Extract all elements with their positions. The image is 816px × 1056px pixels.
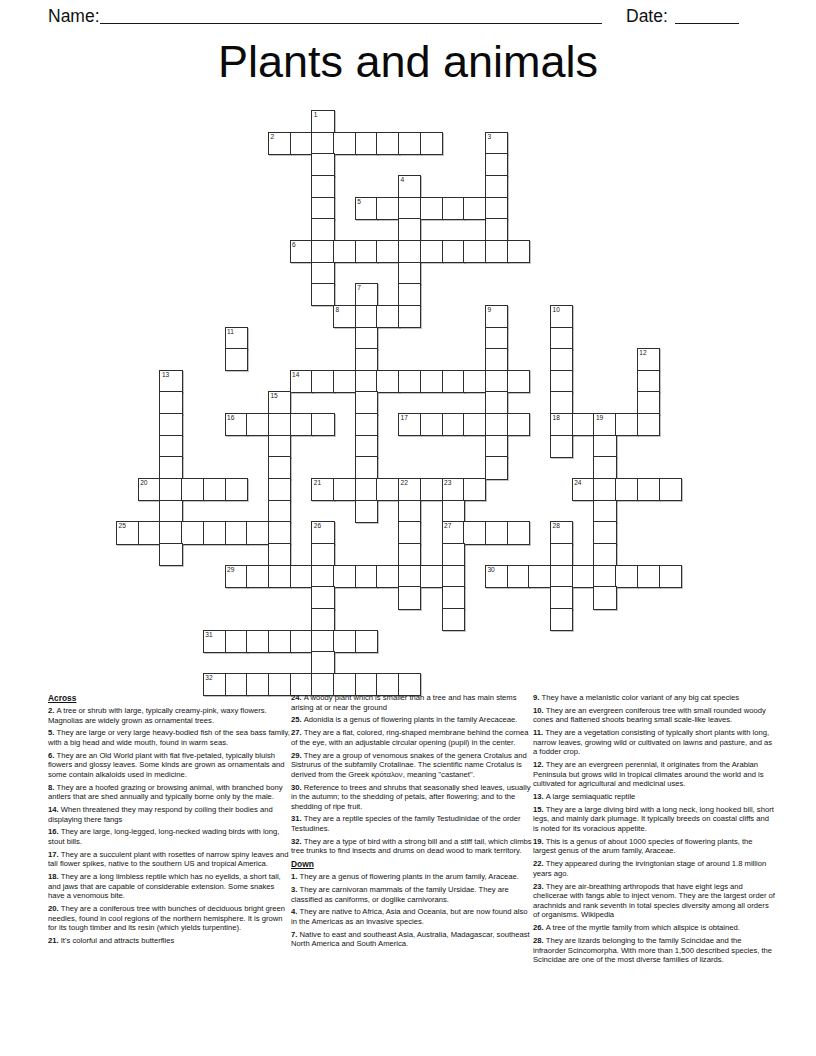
down-clue-9: 9. They have a melanistic color variant … — [533, 693, 775, 703]
clue-number-label: 12 — [639, 349, 646, 356]
grid-cell-r14c2[interactable] — [159, 413, 182, 436]
grid-cell-r14c17[interactable] — [485, 413, 508, 436]
grid-cell-r12c15[interactable] — [442, 370, 465, 393]
grid-cell-r19c4[interactable] — [203, 521, 226, 544]
down-clue-7: 7. Native to east and southeast Asia, Au… — [291, 930, 533, 949]
grid-cell-r14c21[interactable] — [572, 413, 595, 436]
grid-cell-r21c14[interactable] — [420, 565, 443, 588]
grid-cell-r19c7[interactable] — [268, 521, 291, 544]
across-clue-21: 21. It's colorful and attracts butterfli… — [48, 936, 290, 946]
clue-number-label: 1 — [314, 111, 318, 118]
grid-cell-r24c5[interactable] — [225, 630, 248, 653]
down-header: Down — [291, 859, 533, 869]
grid-cell-r12c11[interactable] — [355, 370, 378, 393]
grid-cell-r19c13[interactable] — [398, 521, 421, 544]
grid-cell-r3c13[interactable]: 4 — [398, 175, 421, 198]
grid-cell-r21c13[interactable] — [398, 565, 421, 588]
grid-cell-r13c24[interactable] — [637, 391, 660, 414]
grid-cell-r2c17[interactable] — [485, 153, 508, 176]
grid-cell-r12c18[interactable] — [507, 370, 530, 393]
grid-cell-r10c5[interactable]: 11 — [225, 327, 248, 350]
grid-cell-r23c15[interactable] — [442, 608, 465, 631]
crossword-grid: 1234567891011121314151617181920212223242… — [116, 110, 681, 696]
grid-cell-r19c1[interactable] — [138, 521, 161, 544]
clue-number: 7. — [291, 930, 300, 939]
grid-cell-r17c9[interactable]: 21 — [311, 478, 334, 501]
grid-cell-r2c9[interactable] — [311, 153, 334, 176]
grid-cell-r8c9[interactable] — [311, 283, 334, 306]
down-clue-19: 19. This is a genus of about 1000 specie… — [533, 837, 775, 856]
grid-cell-r15c17[interactable] — [485, 435, 508, 458]
grid-cell-r19c0[interactable]: 25 — [116, 521, 139, 544]
date-blank-line[interactable] — [675, 23, 739, 24]
grid-cell-r17c23[interactable] — [615, 478, 638, 501]
grid-cell-r8c11[interactable]: 7 — [355, 283, 378, 306]
grid-cell-r17c13[interactable]: 22 — [398, 478, 421, 501]
clue-number-label: 16 — [227, 414, 234, 421]
grid-cell-r21c18[interactable] — [507, 565, 530, 588]
grid-cell-r6c13[interactable] — [398, 240, 421, 263]
clue-number-label: 21 — [314, 479, 321, 486]
across-clue-2: 2. A tree or shrub with large, typically… — [48, 706, 290, 725]
grid-cell-r18c15[interactable] — [442, 500, 465, 523]
across-clue-27: 27. They are a flat, colored, ring-shape… — [291, 728, 533, 747]
grid-cell-r15c11[interactable] — [355, 435, 378, 458]
grid-cell-r13c7[interactable]: 15 — [268, 391, 291, 414]
grid-cell-r6c9[interactable] — [311, 240, 334, 263]
clue-number-label: 29 — [227, 566, 234, 573]
grid-cell-r8c13[interactable] — [398, 283, 421, 306]
grid-cell-r6c11[interactable] — [355, 240, 378, 263]
grid-cell-r21c11[interactable] — [355, 565, 378, 588]
clue-number: 22. — [533, 859, 546, 868]
grid-cell-r20c9[interactable] — [311, 543, 334, 566]
grid-cell-r6c17[interactable] — [485, 240, 508, 263]
grid-cell-r9c17[interactable]: 9 — [485, 305, 508, 328]
grid-cell-r24c4[interactable]: 31 — [203, 630, 226, 653]
grid-cell-r11c5[interactable] — [225, 348, 248, 371]
grid-cell-r19c15[interactable]: 27 — [442, 521, 465, 544]
down-clue-13: 13. A large semiaquatic reptile — [533, 792, 775, 802]
across-clue-18: 18. They are a long limbless reptile whi… — [48, 872, 290, 901]
grid-cell-r17c15[interactable]: 23 — [442, 478, 465, 501]
grid-cell-r14c9[interactable] — [311, 413, 334, 436]
clue-number-label: 23 — [444, 479, 451, 486]
grid-cell-r24c8[interactable] — [290, 630, 313, 653]
clue-number: 30. — [291, 783, 304, 792]
grid-cell-r22c13[interactable] — [398, 586, 421, 609]
across-clue-6: 6. They are an Old World plant with flat… — [48, 751, 290, 780]
grid-cell-r4c16[interactable] — [463, 197, 486, 220]
clue-number-label: 8 — [336, 306, 340, 313]
down-clue-10: 10. They are an evergreen coniferous tre… — [533, 706, 775, 725]
clue-number: 24. — [291, 693, 304, 702]
clue-number: 17. — [48, 850, 61, 859]
grid-cell-r11c17[interactable] — [485, 348, 508, 371]
grid-cell-r21c23[interactable] — [615, 565, 638, 588]
grid-cell-r12c16[interactable] — [463, 370, 486, 393]
grid-cell-r17c24[interactable] — [637, 478, 660, 501]
grid-cell-r19c2[interactable] — [159, 521, 182, 544]
grid-cell-r9c13[interactable] — [398, 305, 421, 328]
grid-cell-r21c6[interactable] — [246, 565, 269, 588]
clue-number-label: 5 — [357, 198, 361, 205]
clue-number: 14. — [48, 805, 61, 814]
grid-cell-r6c12[interactable] — [376, 240, 399, 263]
grid-cell-r4c11[interactable]: 5 — [355, 197, 378, 220]
grid-cell-r7c9[interactable] — [311, 262, 334, 285]
clue-number-label: 13 — [162, 371, 169, 378]
clue-number: 31. — [291, 814, 304, 823]
clue-number-label: 31 — [205, 631, 212, 638]
grid-cell-r5c17[interactable] — [485, 218, 508, 241]
puzzle-title: Plants and animals — [0, 36, 816, 88]
grid-cell-r11c20[interactable] — [550, 348, 573, 371]
grid-cell-r22c20[interactable] — [550, 586, 573, 609]
grid-cell-r14c11[interactable] — [355, 413, 378, 436]
grid-cell-r11c11[interactable] — [355, 348, 378, 371]
grid-cell-r9c11[interactable] — [355, 305, 378, 328]
clue-number-label: 4 — [401, 176, 405, 183]
grid-cell-r17c7[interactable] — [268, 478, 291, 501]
clue-number: 8. — [48, 783, 57, 792]
grid-cell-r19c5[interactable] — [225, 521, 248, 544]
date-label: Date: — [626, 6, 668, 27]
grid-cell-r16c11[interactable] — [355, 456, 378, 479]
clue-number: 19. — [533, 837, 546, 846]
grid-cell-r21c8[interactable] — [290, 565, 313, 588]
clue-number-label: 14 — [292, 371, 299, 378]
name-label: Name: — [48, 6, 100, 27]
grid-cell-r19c22[interactable] — [593, 521, 616, 544]
grid-cell-r17c21[interactable]: 24 — [572, 478, 595, 501]
clue-number-label: 27 — [444, 522, 451, 529]
clue-number: 10. — [533, 706, 546, 715]
grid-cell-r5c9[interactable] — [311, 218, 334, 241]
clue-number-label: 25 — [119, 522, 126, 529]
grid-cell-r12c17[interactable] — [485, 370, 508, 393]
grid-cell-r12c12[interactable] — [376, 370, 399, 393]
clue-number: 21. — [48, 936, 61, 945]
down-clue-22: 22. They appeared during the irvingtonia… — [533, 859, 775, 878]
grid-cell-r18c13[interactable] — [398, 500, 421, 523]
grid-cell-r22c9[interactable] — [311, 586, 334, 609]
grid-cell-r14c15[interactable] — [442, 413, 465, 436]
grid-cell-r4c17[interactable] — [485, 197, 508, 220]
across-clue-17: 17. They are a succulent plant with rose… — [48, 850, 290, 869]
grid-cell-r12c2[interactable]: 13 — [159, 370, 182, 393]
down-clue-12: 12. They are an evergreen perennial, it … — [533, 760, 775, 789]
grid-cell-r15c20[interactable] — [550, 435, 573, 458]
grid-cell-r25c9[interactable] — [311, 651, 334, 674]
across-clue-20: 20. They are a coniferous tree with bunc… — [48, 904, 290, 933]
clue-number-label: 11 — [227, 328, 234, 335]
across-clue-31: 31. They are a reptile species of the fa… — [291, 814, 533, 833]
grid-cell-r18c2[interactable] — [159, 500, 182, 523]
grid-cell-r21c15[interactable] — [442, 565, 465, 588]
grid-cell-r17c4[interactable] — [203, 478, 226, 501]
grid-cell-r19c3[interactable] — [181, 521, 204, 544]
grid-cell-r4c9[interactable] — [311, 197, 334, 220]
grid-cell-r3c17[interactable] — [485, 175, 508, 198]
clue-number: 12. — [533, 760, 546, 769]
grid-cell-r21c20[interactable] — [550, 565, 573, 588]
grid-cell-r1c7[interactable]: 2 — [268, 132, 291, 155]
name-blank-line[interactable] — [100, 23, 602, 24]
grid-cell-r17c10[interactable] — [333, 478, 356, 501]
grid-cell-r17c2[interactable] — [159, 478, 182, 501]
grid-cell-r17c1[interactable]: 20 — [138, 478, 161, 501]
grid-cell-r6c16[interactable] — [463, 240, 486, 263]
grid-cell-r15c22[interactable] — [593, 435, 616, 458]
grid-cell-r24c7[interactable] — [268, 630, 291, 653]
grid-cell-r1c13[interactable] — [398, 132, 421, 155]
worksheet-page: Name: Date: Plants and animals 123456789… — [0, 0, 816, 1056]
clue-number: 27. — [291, 728, 304, 737]
clue-number: 23. — [533, 882, 546, 891]
grid-cell-r6c15[interactable] — [442, 240, 465, 263]
clue-number: 20. — [48, 904, 61, 913]
grid-cell-r20c20[interactable] — [550, 543, 573, 566]
grid-cell-r16c22[interactable] — [593, 456, 616, 479]
grid-cell-r6c14[interactable] — [420, 240, 443, 263]
grid-cell-r22c22[interactable] — [593, 586, 616, 609]
grid-cell-r20c13[interactable] — [398, 543, 421, 566]
grid-cell-r20c2[interactable] — [159, 543, 182, 566]
grid-cell-r5c13[interactable] — [398, 218, 421, 241]
grid-cell-r14c22[interactable]: 19 — [593, 413, 616, 436]
grid-cell-r20c22[interactable] — [593, 543, 616, 566]
grid-cell-r13c20[interactable] — [550, 391, 573, 414]
grid-cell-r17c5[interactable] — [225, 478, 248, 501]
grid-cell-r17c25[interactable] — [659, 478, 682, 501]
grid-cell-r4c12[interactable] — [376, 197, 399, 220]
across-clue-8: 8. They are a hoofed grazing or browsing… — [48, 783, 290, 802]
grid-cell-r24c11[interactable] — [355, 630, 378, 653]
grid-cell-r19c20[interactable]: 28 — [550, 521, 573, 544]
down-clue-28: 28. They are lizards belonging to the fa… — [533, 936, 775, 965]
down-clue-1: 1. They are a genus of flowering plants … — [291, 872, 533, 882]
grid-cell-r10c20[interactable] — [550, 327, 573, 350]
grid-cell-r14c18[interactable] — [507, 413, 530, 436]
across-clue-30: 30. Reference to trees and shrubs that s… — [291, 783, 533, 812]
clue-number: 4. — [291, 907, 300, 916]
grid-cell-r10c11[interactable] — [355, 327, 378, 350]
clue-number-label: 28 — [553, 522, 560, 529]
clue-number: 16. — [48, 827, 61, 836]
grid-cell-r12c14[interactable] — [420, 370, 443, 393]
grid-cell-r12c13[interactable] — [398, 370, 421, 393]
down-clue-15: 15. They are a large diving bird with a … — [533, 805, 775, 834]
clue-number-label: 6 — [292, 241, 296, 248]
grid-cell-r1c12[interactable] — [376, 132, 399, 155]
grid-cell-r21c9[interactable] — [311, 565, 334, 588]
grid-cell-r20c7[interactable] — [268, 543, 291, 566]
clue-number: 2. — [48, 706, 57, 715]
grid-cell-r14c24[interactable] — [637, 413, 660, 436]
grid-cell-r17c22[interactable] — [593, 478, 616, 501]
middle-clue-column: 24. A woody plant which is smaller than … — [291, 693, 533, 952]
clue-number: 3. — [291, 885, 300, 894]
grid-cell-r18c11[interactable] — [355, 500, 378, 523]
grid-cell-r1c8[interactable] — [290, 132, 313, 155]
clue-number-label: 10 — [553, 306, 560, 313]
grid-cell-r12c24[interactable] — [637, 370, 660, 393]
grid-cell-r21c12[interactable] — [376, 565, 399, 588]
clue-number: 15. — [533, 805, 546, 814]
grid-cell-r16c17[interactable] — [485, 456, 508, 479]
grid-cell-r3c9[interactable] — [311, 175, 334, 198]
clue-number-label: 18 — [553, 414, 560, 421]
clue-number-label: 24 — [574, 479, 581, 486]
clue-number: 25. — [291, 715, 304, 724]
grid-cell-r22c15[interactable] — [442, 586, 465, 609]
across-header: Across — [48, 693, 290, 703]
grid-cell-r19c17[interactable] — [485, 521, 508, 544]
clue-number-label: 26 — [314, 522, 321, 529]
grid-cell-r15c7[interactable] — [268, 435, 291, 458]
grid-cell-r17c11[interactable] — [355, 478, 378, 501]
grid-cell-r20c15[interactable] — [442, 543, 465, 566]
grid-cell-r4c13[interactable] — [398, 197, 421, 220]
across-clue-5: 5. They are large or very large heavy-bo… — [48, 728, 290, 747]
grid-cell-r14c14[interactable] — [420, 413, 443, 436]
grid-cell-r17c14[interactable] — [420, 478, 443, 501]
grid-cell-r19c9[interactable]: 26 — [311, 521, 334, 544]
grid-cell-r9c20[interactable]: 10 — [550, 305, 573, 328]
grid-cell-r24c6[interactable] — [246, 630, 269, 653]
grid-cell-r21c10[interactable] — [333, 565, 356, 588]
down-clue-11: 11. They are a vegetation consisting of … — [533, 728, 775, 757]
grid-cell-r24c9[interactable] — [311, 630, 334, 653]
grid-cell-r1c10[interactable] — [333, 132, 356, 155]
clue-number-label: 32 — [205, 674, 212, 681]
down-clue-4: 4. They are native to Africa, Asia and O… — [291, 907, 533, 926]
grid-cell-r18c7[interactable] — [268, 500, 291, 523]
clue-number-label: 9 — [487, 306, 491, 313]
clue-number: 1. — [291, 872, 300, 881]
grid-cell-r9c10[interactable]: 8 — [333, 305, 356, 328]
clue-number: 11. — [533, 728, 545, 737]
grid-cell-r7c13[interactable] — [398, 262, 421, 285]
down-clue-26: 26. A tree of the myrtle family from whi… — [533, 923, 775, 933]
clue-number: 32. — [291, 837, 304, 846]
grid-cell-r12c8[interactable]: 14 — [290, 370, 313, 393]
grid-cell-r19c18[interactable] — [507, 521, 530, 544]
grid-cell-r12c9[interactable] — [311, 370, 334, 393]
clue-number: 9. — [533, 693, 542, 702]
grid-cell-r4c15[interactable] — [442, 197, 465, 220]
clue-number-label: 22 — [401, 479, 408, 486]
clue-number-label: 7 — [357, 284, 361, 291]
grid-cell-r4c14[interactable] — [420, 197, 443, 220]
across-clue-24: 24. A woody plant which is smaller than … — [291, 693, 533, 712]
grid-cell-r15c2[interactable] — [159, 435, 182, 458]
clue-number-label: 2 — [270, 133, 274, 140]
grid-cell-r14c20[interactable]: 18 — [550, 413, 573, 436]
grid-cell-r21c22[interactable] — [593, 565, 616, 588]
grid-cell-r19c6[interactable] — [246, 521, 269, 544]
grid-cell-r9c12[interactable] — [376, 305, 399, 328]
clue-number: 5. — [48, 728, 57, 737]
grid-cell-r17c16[interactable] — [463, 478, 486, 501]
grid-cell-r13c17[interactable] — [485, 391, 508, 414]
across-clue-32: 32. They are a type of bird with a stron… — [291, 837, 533, 856]
grid-cell-r14c7[interactable] — [268, 413, 291, 436]
clue-number: 6. — [48, 751, 57, 760]
clue-number: 13. — [533, 792, 546, 801]
across-clue-29: 29. They are a group of venomous snakes … — [291, 751, 533, 780]
clue-number-label: 19 — [596, 414, 603, 421]
clue-number-label: 3 — [487, 133, 491, 140]
grid-cell-r13c2[interactable] — [159, 391, 182, 414]
across-clue-16: 16. They are large, long-legged, long-ne… — [48, 827, 290, 846]
clue-number-label: 20 — [140, 479, 147, 486]
grid-cell-r16c2[interactable] — [159, 456, 182, 479]
grid-cell-r12c20[interactable] — [550, 370, 573, 393]
grid-cell-r13c11[interactable] — [355, 391, 378, 414]
grid-cell-r17c3[interactable] — [181, 478, 204, 501]
grid-cell-r24c10[interactable] — [333, 630, 356, 653]
grid-cell-r11c24[interactable]: 12 — [637, 348, 660, 371]
across-clue-column: Across 2. A tree or shrub with large, ty… — [48, 693, 290, 949]
clue-number-label: 15 — [270, 392, 277, 399]
grid-cell-r14c23[interactable] — [615, 413, 638, 436]
grid-cell-r21c5[interactable]: 29 — [225, 565, 248, 588]
clue-number: 18. — [48, 872, 61, 881]
clue-number-label: 17 — [401, 414, 408, 421]
grid-cell-r1c17[interactable]: 3 — [485, 132, 508, 155]
grid-cell-r14c6[interactable] — [246, 413, 269, 436]
grid-cell-r21c24[interactable] — [637, 565, 660, 588]
grid-cell-r10c17[interactable] — [485, 327, 508, 350]
grid-cell-r1c11[interactable] — [355, 132, 378, 155]
grid-cell-r23c9[interactable] — [311, 608, 334, 631]
grid-cell-r14c16[interactable] — [463, 413, 486, 436]
clue-number-label: 30 — [487, 566, 494, 573]
grid-cell-r17c12[interactable] — [376, 478, 399, 501]
grid-cell-r0c9[interactable]: 1 — [311, 110, 334, 133]
grid-cell-r14c8[interactable] — [290, 413, 313, 436]
clue-number: 28. — [533, 936, 546, 945]
clue-number: 29. — [291, 751, 304, 760]
down-clue-23: 23. They are air-breathing arthropods th… — [533, 882, 775, 920]
grid-cell-r16c7[interactable] — [268, 456, 291, 479]
grid-cell-r21c21[interactable] — [572, 565, 595, 588]
grid-cell-r1c9[interactable] — [311, 132, 334, 155]
across-clue-25: 25. Adonidia is a genus of flowering pla… — [291, 715, 533, 725]
grid-cell-r14c5[interactable]: 16 — [225, 413, 248, 436]
grid-cell-r6c8[interactable]: 6 — [290, 240, 313, 263]
grid-cell-r6c18[interactable] — [507, 240, 530, 263]
across-clue-14: 14. When threatened they may respond by … — [48, 805, 290, 824]
grid-cell-r23c20[interactable] — [550, 608, 573, 631]
grid-cell-r18c22[interactable] — [593, 500, 616, 523]
grid-cell-r21c17[interactable]: 30 — [485, 565, 508, 588]
grid-cell-r1c14[interactable] — [420, 132, 443, 155]
grid-cell-r21c25[interactable] — [659, 565, 682, 588]
grid-cell-r19c16[interactable] — [463, 521, 486, 544]
grid-cell-r14c13[interactable]: 17 — [398, 413, 421, 436]
down-clue-column: 9. They have a melanistic color variant … — [533, 693, 775, 968]
clue-number: 26. — [533, 923, 546, 932]
grid-cell-r21c19[interactable] — [528, 565, 551, 588]
down-clue-3: 3. They are carnivoran mammals of the fa… — [291, 885, 533, 904]
grid-cell-r6c10[interactable] — [333, 240, 356, 263]
grid-cell-r12c10[interactable] — [333, 370, 356, 393]
grid-cell-r21c7[interactable] — [268, 565, 291, 588]
